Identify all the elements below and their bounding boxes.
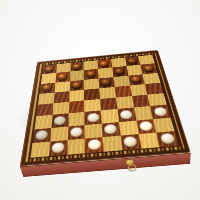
board-square[interactable]: [102, 122, 121, 137]
board-square[interactable]: [30, 141, 49, 157]
checker-light-piece[interactable]: [70, 127, 82, 137]
board-square[interactable]: [51, 114, 68, 128]
checker-dark-piece[interactable]: [72, 63, 82, 70]
board-square[interactable]: [138, 132, 160, 148]
checker-light-piece[interactable]: [123, 136, 137, 147]
game-box: [20, 50, 191, 166]
board-square[interactable]: [136, 119, 156, 134]
board-square[interactable]: [85, 111, 102, 125]
board-square[interactable]: [147, 93, 166, 106]
board-square[interactable]: [52, 102, 69, 115]
scene: [0, 0, 200, 200]
board-square[interactable]: [150, 105, 170, 119]
checker-light-piece[interactable]: [139, 121, 153, 131]
board-square[interactable]: [49, 140, 68, 156]
board-square[interactable]: [68, 100, 84, 113]
checker-dark-piece[interactable]: [72, 81, 82, 89]
board-square[interactable]: [116, 96, 134, 109]
brass-latch-icon[interactable]: [125, 160, 135, 172]
board-square[interactable]: [120, 134, 141, 150]
board-square[interactable]: [117, 108, 136, 122]
board-grid[interactable]: [29, 54, 180, 159]
checker-light-piece[interactable]: [35, 130, 48, 140]
board-square[interactable]: [36, 103, 53, 116]
board-square[interactable]: [99, 87, 115, 99]
checker-light-piece[interactable]: [153, 107, 167, 117]
checker-dark-piece[interactable]: [130, 76, 142, 84]
board-square[interactable]: [132, 95, 151, 108]
board-square[interactable]: [134, 106, 153, 120]
checker-light-piece[interactable]: [120, 110, 133, 120]
board-square[interactable]: [35, 115, 53, 129]
board-square[interactable]: [156, 131, 178, 147]
board-frame: [20, 50, 191, 166]
checker-light-piece[interactable]: [87, 113, 99, 123]
inlay-border: [25, 52, 185, 162]
board-square[interactable]: [145, 83, 164, 95]
board-square[interactable]: [101, 109, 119, 123]
board-square[interactable]: [84, 99, 100, 112]
checker-light-piece[interactable]: [88, 139, 101, 150]
checker-dark-piece[interactable]: [114, 68, 125, 75]
checker-light-piece[interactable]: [104, 124, 117, 134]
checker-light-piece[interactable]: [160, 133, 176, 144]
board-square[interactable]: [67, 138, 85, 154]
checker-dark-piece[interactable]: [58, 73, 68, 80]
board-square[interactable]: [33, 128, 52, 143]
board-square[interactable]: [153, 117, 174, 132]
board-square[interactable]: [50, 126, 68, 141]
checker-light-piece[interactable]: [52, 142, 65, 153]
checker-dark-piece[interactable]: [45, 66, 55, 73]
board-square[interactable]: [68, 112, 85, 126]
board-square[interactable]: [103, 135, 123, 151]
board-square[interactable]: [100, 98, 117, 111]
board-square[interactable]: [85, 137, 104, 153]
checker-dark-piece[interactable]: [101, 79, 112, 87]
checker-dark-piece[interactable]: [100, 60, 110, 67]
board-square[interactable]: [119, 120, 139, 135]
checker-dark-piece[interactable]: [86, 71, 96, 78]
photo-backdrop: [0, 0, 200, 200]
board-square[interactable]: [67, 125, 85, 140]
checker-light-piece[interactable]: [54, 116, 66, 126]
checker-dark-piece[interactable]: [143, 65, 155, 72]
checker-dark-piece[interactable]: [42, 84, 53, 92]
latch-ring: [127, 164, 136, 171]
board-square[interactable]: [85, 123, 103, 138]
checker-dark-piece[interactable]: [127, 58, 138, 65]
